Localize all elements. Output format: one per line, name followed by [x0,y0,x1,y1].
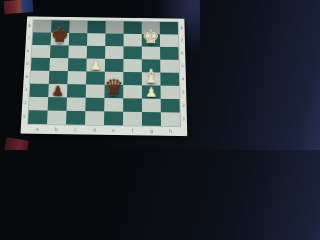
chess-square[interactable] [123,46,141,59]
chess-square[interactable] [104,111,123,125]
chess-square[interactable] [87,33,105,46]
photo-scene: ♚♚♟♝♟♛♟ abcdefgh 87654321 87654321 [0,0,200,150]
black-king[interactable]: ♚ [51,26,70,45]
chess-board-grid: ♚♚♟♝♟♛♟ [28,20,180,126]
chess-square[interactable] [87,21,105,34]
chess-square[interactable] [160,60,179,73]
chess-square[interactable]: ♟ [86,58,105,71]
chess-square[interactable] [86,71,105,84]
file-label: e [104,126,123,134]
chess-square[interactable] [32,45,51,58]
chess-square[interactable] [85,98,104,112]
chess-square[interactable]: ♛ [104,85,123,99]
rank-label: 4 [180,73,186,86]
chess-square[interactable] [161,112,180,126]
floor-object [4,137,29,150]
chess-square[interactable] [68,58,87,71]
chess-square[interactable] [85,111,104,125]
chess-square[interactable] [160,72,179,85]
chess-square[interactable] [123,72,142,85]
rank-label: 8 [179,22,185,35]
chess-square[interactable] [67,84,86,98]
chess-square[interactable] [30,71,49,84]
chess-square[interactable]: ♟ [48,84,67,98]
rank-label: 7 [26,32,32,45]
rank-label: 1 [21,110,28,124]
rank-label: 6 [179,47,185,60]
chess-square[interactable] [67,71,86,84]
chess-square[interactable] [49,58,68,71]
chess-square[interactable] [160,34,178,47]
chess-square[interactable] [66,111,85,125]
chess-square[interactable]: ♚ [142,34,160,47]
rank-label: 8 [26,20,32,32]
chess-square[interactable] [142,112,161,126]
file-label: c [66,125,85,133]
chess-square[interactable] [28,110,48,124]
chess-square[interactable] [123,59,142,72]
chess-square[interactable] [105,33,123,46]
rank-label: 5 [180,60,186,73]
chess-square[interactable] [68,46,87,59]
chess-square[interactable] [69,21,87,34]
chess-square[interactable] [69,33,88,46]
chess-square[interactable] [124,21,142,34]
chess-square[interactable] [32,32,51,45]
rank-label: 2 [180,99,186,113]
chess-square[interactable] [123,98,142,112]
file-label: g [142,127,161,135]
chess-square[interactable] [29,84,48,98]
rank-label: 3 [23,84,30,97]
chess-square[interactable] [47,111,66,125]
chess-square[interactable] [161,99,180,113]
chess-square[interactable] [124,34,142,47]
chess-square[interactable] [50,45,69,58]
black-queen[interactable]: ♛ [104,77,124,98]
chess-square[interactable] [33,20,52,33]
file-labels: abcdefgh [28,125,181,135]
chess-square[interactable] [105,21,123,34]
chess-square[interactable] [142,47,160,60]
chess-square[interactable] [104,98,123,112]
chess-square[interactable] [86,84,105,98]
background-object [4,0,34,14]
chess-square[interactable] [123,112,142,126]
rank-label: 6 [25,45,31,58]
file-label: b [47,125,66,133]
chess-square[interactable] [66,97,85,111]
chess-square[interactable] [31,58,50,71]
chess-square[interactable] [48,97,67,111]
chess-square[interactable] [29,97,48,111]
rank-label: 1 [181,113,187,127]
chess-square[interactable] [123,85,142,99]
rank-label: 2 [22,97,29,110]
chess-board: ♚♚♟♝♟♛♟ abcdefgh 87654321 87654321 [20,16,187,136]
white-bishop[interactable]: ♝ [142,67,160,86]
black-pawn[interactable]: ♟ [51,84,64,97]
white-king[interactable]: ♚ [142,28,160,47]
file-label: h [161,127,180,135]
chess-square[interactable] [160,47,179,60]
rank-label: 5 [24,58,31,71]
chess-square[interactable] [161,86,180,100]
rank-label: 4 [23,70,30,83]
rank-label: 7 [179,35,185,48]
rank-label: 3 [180,86,186,99]
chess-square[interactable] [105,59,124,72]
chess-square[interactable]: ♟ [142,85,161,99]
file-label: d [85,126,104,134]
chess-square[interactable] [105,46,123,59]
file-label: f [123,126,142,134]
file-label: a [28,125,47,133]
white-pawn[interactable]: ♟ [145,85,157,98]
chess-square[interactable]: ♚ [51,33,70,46]
chess-square[interactable] [160,22,178,35]
chess-square[interactable] [142,99,161,113]
white-pawn[interactable]: ♟ [89,59,101,72]
